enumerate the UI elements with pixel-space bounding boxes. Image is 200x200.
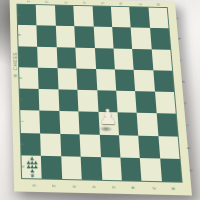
square-e2 [99,134,120,157]
square-f1 [120,157,141,180]
square-c4 [58,89,78,111]
file-label-top-1: 1 [25,0,30,8]
rank-label-c: c [168,58,183,63]
rank-label-h: h [177,168,192,173]
square-b7 [37,26,57,47]
square-g6 [132,48,153,70]
square-f3 [117,113,138,136]
square-d2 [80,134,101,157]
square-f6 [113,48,133,70]
square-g2 [138,135,159,158]
file-label-5: 5 [109,180,116,195]
square-c6 [56,47,76,69]
square-f7 [112,27,132,48]
rank-label-e: e [172,101,187,106]
rank-label-f: f [174,123,189,128]
file-labels-bottom: 12345678 [23,181,182,193]
rank-label-b: b [166,37,181,42]
chess-board: 12345678 abcdefgh abcdefgh 12345678 ® CH… [10,0,192,195]
square-b2 [40,133,61,156]
square-d7 [74,26,94,47]
square-b3 [40,111,60,134]
square-g7 [131,28,151,49]
square-g5 [134,70,155,92]
square-g4 [135,91,156,113]
file-label-2: 2 [50,179,56,194]
file-label-8: 8 [169,181,176,196]
maker-emblem: ♣♣♣♣♣♣♣♣♛ [21,155,42,178]
rank-label-left-b: b [7,33,21,37]
square-a1: ♣♣♣♣♣♣♣♣♛ [21,155,42,178]
square-b5 [38,67,58,89]
square-g1 [140,158,162,181]
square-c1 [61,156,82,179]
square-b4 [39,89,59,111]
rank-label-left-f: f [9,119,24,123]
file-label-top-2: 2 [43,0,48,8]
rank-label-d: d [170,79,185,84]
file-label-top-8: 8 [154,0,160,11]
file-label-top-4: 4 [80,0,86,9]
rank-label-g: g [176,145,191,150]
square-c5 [57,68,77,90]
file-label-top-6: 6 [117,0,123,10]
square-e1 [101,157,122,180]
rank-label-left-e: e [9,97,24,101]
brand-text: ® CHESS [11,46,21,84]
white-pawn: ♟ [98,107,118,128]
square-c7 [56,26,76,47]
file-label-top-7: 7 [136,0,142,11]
photo-scene: 12345678 abcdefgh abcdefgh 12345678 ® CH… [0,0,200,200]
square-d4 [78,90,98,112]
file-label-6: 6 [129,181,136,196]
file-label-3: 3 [70,179,77,194]
file-label-1: 1 [30,178,36,193]
file-label-4: 4 [89,180,96,195]
square-b1 [41,156,62,179]
square-e6 [94,48,114,70]
square-c2 [60,133,81,156]
square-e7 [93,27,113,48]
square-d1 [81,156,102,179]
square-d5 [76,68,96,90]
rank-label-left-a: a [7,13,21,17]
square-c3 [59,111,80,134]
square-e3: ♟ [98,112,119,135]
rank-label-a: a [165,16,180,21]
square-e5 [96,69,116,91]
square-b6 [38,46,58,68]
square-f4 [116,91,137,113]
file-label-top-3: 3 [62,0,67,9]
square-d3 [79,112,100,135]
board-grid: ♟♣♣♣♣♣♣♣♣♛ [17,5,181,182]
square-f5 [115,69,136,91]
rank-label-left-g: g [10,142,25,146]
square-g3 [137,113,158,136]
file-label-top-5: 5 [99,0,105,10]
file-label-7: 7 [149,181,156,196]
square-f2 [119,135,140,158]
square-d6 [75,47,95,69]
